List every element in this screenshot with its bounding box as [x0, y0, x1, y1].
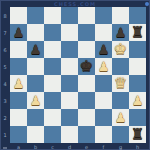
rank-label-6: 6 — [0, 41, 10, 58]
square-a8[interactable] — [10, 7, 27, 24]
square-d6[interactable] — [61, 41, 78, 58]
file-label-d: d — [61, 143, 78, 150]
square-h1[interactable]: ♜ — [129, 126, 146, 143]
square-e6[interactable] — [78, 41, 95, 58]
square-g5[interactable] — [112, 58, 129, 75]
square-c7[interactable] — [44, 24, 61, 41]
square-e3[interactable] — [78, 92, 95, 109]
square-a2[interactable] — [10, 109, 27, 126]
piece-white-pawn-g2[interactable]: ♟ — [115, 109, 127, 126]
corner-dot-icon — [145, 2, 149, 6]
square-c4[interactable] — [44, 75, 61, 92]
square-c8[interactable] — [44, 7, 61, 24]
square-d2[interactable] — [61, 109, 78, 126]
square-f6[interactable]: ♟ — [95, 41, 112, 58]
rank-label-3: 3 — [0, 92, 10, 109]
file-label-f: f — [95, 143, 112, 150]
square-d3[interactable] — [61, 92, 78, 109]
square-d5[interactable] — [61, 58, 78, 75]
piece-white-pawn-b3[interactable]: ♟ — [30, 92, 42, 109]
file-label-b: b — [27, 143, 44, 150]
square-f4[interactable] — [95, 75, 112, 92]
square-b4[interactable] — [27, 75, 44, 92]
file-label-h: h — [129, 143, 146, 150]
square-f2[interactable] — [95, 109, 112, 126]
piece-black-pawn-g7[interactable]: ♟ — [115, 24, 127, 41]
square-f8[interactable] — [95, 7, 112, 24]
square-e4[interactable] — [78, 75, 95, 92]
square-h5[interactable] — [129, 58, 146, 75]
rank-label-1: 1 — [0, 126, 10, 143]
rank-label-5: 5 — [0, 58, 10, 75]
piece-black-rook-h1[interactable]: ♜ — [131, 126, 144, 143]
piece-white-king-g6[interactable]: ♚ — [114, 41, 127, 58]
square-e2[interactable] — [78, 109, 95, 126]
rank-labels: 87654321 — [0, 7, 10, 143]
piece-white-pawn-a4[interactable]: ♟ — [13, 75, 25, 92]
square-b6[interactable]: ♟ — [27, 41, 44, 58]
square-a1[interactable] — [10, 126, 27, 143]
square-a7[interactable]: ♟ — [10, 24, 27, 41]
square-g4[interactable]: ♛ — [112, 75, 129, 92]
square-c6[interactable] — [44, 41, 61, 58]
square-a5[interactable] — [10, 58, 27, 75]
square-g3[interactable] — [112, 92, 129, 109]
square-h6[interactable] — [129, 41, 146, 58]
square-c3[interactable] — [44, 92, 61, 109]
board-frame: CHESS.COM 87654321 ♟♟♜♟♟♚♚♟♟♛♟♟♟♜ abcdef… — [0, 0, 150, 150]
square-g7[interactable]: ♟ — [112, 24, 129, 41]
square-e1[interactable] — [78, 126, 95, 143]
square-d1[interactable] — [61, 126, 78, 143]
square-b8[interactable] — [27, 7, 44, 24]
square-h4[interactable] — [129, 75, 146, 92]
file-label-g: g — [112, 143, 129, 150]
piece-white-pawn-f5[interactable]: ♟ — [98, 58, 110, 75]
square-d8[interactable] — [61, 7, 78, 24]
piece-black-pawn-b6[interactable]: ♟ — [30, 41, 42, 58]
square-b3[interactable]: ♟ — [27, 92, 44, 109]
corner-mark — [3, 147, 7, 149]
square-f7[interactable] — [95, 24, 112, 41]
square-c5[interactable] — [44, 58, 61, 75]
square-g8[interactable] — [112, 7, 129, 24]
rank-label-7: 7 — [0, 24, 10, 41]
square-b1[interactable] — [27, 126, 44, 143]
square-a4[interactable]: ♟ — [10, 75, 27, 92]
file-labels: abcdefgh — [10, 143, 146, 150]
piece-black-rook-h7[interactable]: ♜ — [131, 24, 144, 41]
square-f3[interactable] — [95, 92, 112, 109]
rank-label-4: 4 — [0, 75, 10, 92]
piece-black-pawn-a7[interactable]: ♟ — [13, 24, 25, 41]
rank-label-2: 2 — [0, 109, 10, 126]
square-a6[interactable] — [10, 41, 27, 58]
piece-black-king-e5[interactable]: ♚ — [80, 58, 93, 75]
piece-white-queen-g4[interactable]: ♛ — [114, 75, 127, 92]
square-f5[interactable]: ♟ — [95, 58, 112, 75]
piece-black-pawn-f6[interactable]: ♟ — [98, 41, 110, 58]
square-d4[interactable] — [61, 75, 78, 92]
square-a3[interactable] — [10, 92, 27, 109]
chess-board[interactable]: ♟♟♜♟♟♚♚♟♟♛♟♟♟♜ — [10, 7, 146, 143]
square-b2[interactable] — [27, 109, 44, 126]
piece-white-pawn-h3[interactable]: ♟ — [132, 92, 144, 109]
square-g6[interactable]: ♚ — [112, 41, 129, 58]
square-d7[interactable] — [61, 24, 78, 41]
square-c2[interactable] — [44, 109, 61, 126]
square-g2[interactable]: ♟ — [112, 109, 129, 126]
square-h3[interactable]: ♟ — [129, 92, 146, 109]
site-watermark: CHESS.COM — [0, 0, 150, 7]
square-e7[interactable] — [78, 24, 95, 41]
square-h8[interactable] — [129, 7, 146, 24]
square-c1[interactable] — [44, 126, 61, 143]
square-h7[interactable]: ♜ — [129, 24, 146, 41]
square-e5[interactable]: ♚ — [78, 58, 95, 75]
square-g1[interactable] — [112, 126, 129, 143]
file-label-c: c — [44, 143, 61, 150]
square-b7[interactable] — [27, 24, 44, 41]
file-label-a: a — [10, 143, 27, 150]
square-h2[interactable] — [129, 109, 146, 126]
file-label-e: e — [78, 143, 95, 150]
rank-label-8: 8 — [0, 7, 10, 24]
square-b5[interactable] — [27, 58, 44, 75]
square-f1[interactable] — [95, 126, 112, 143]
square-e8[interactable] — [78, 7, 95, 24]
